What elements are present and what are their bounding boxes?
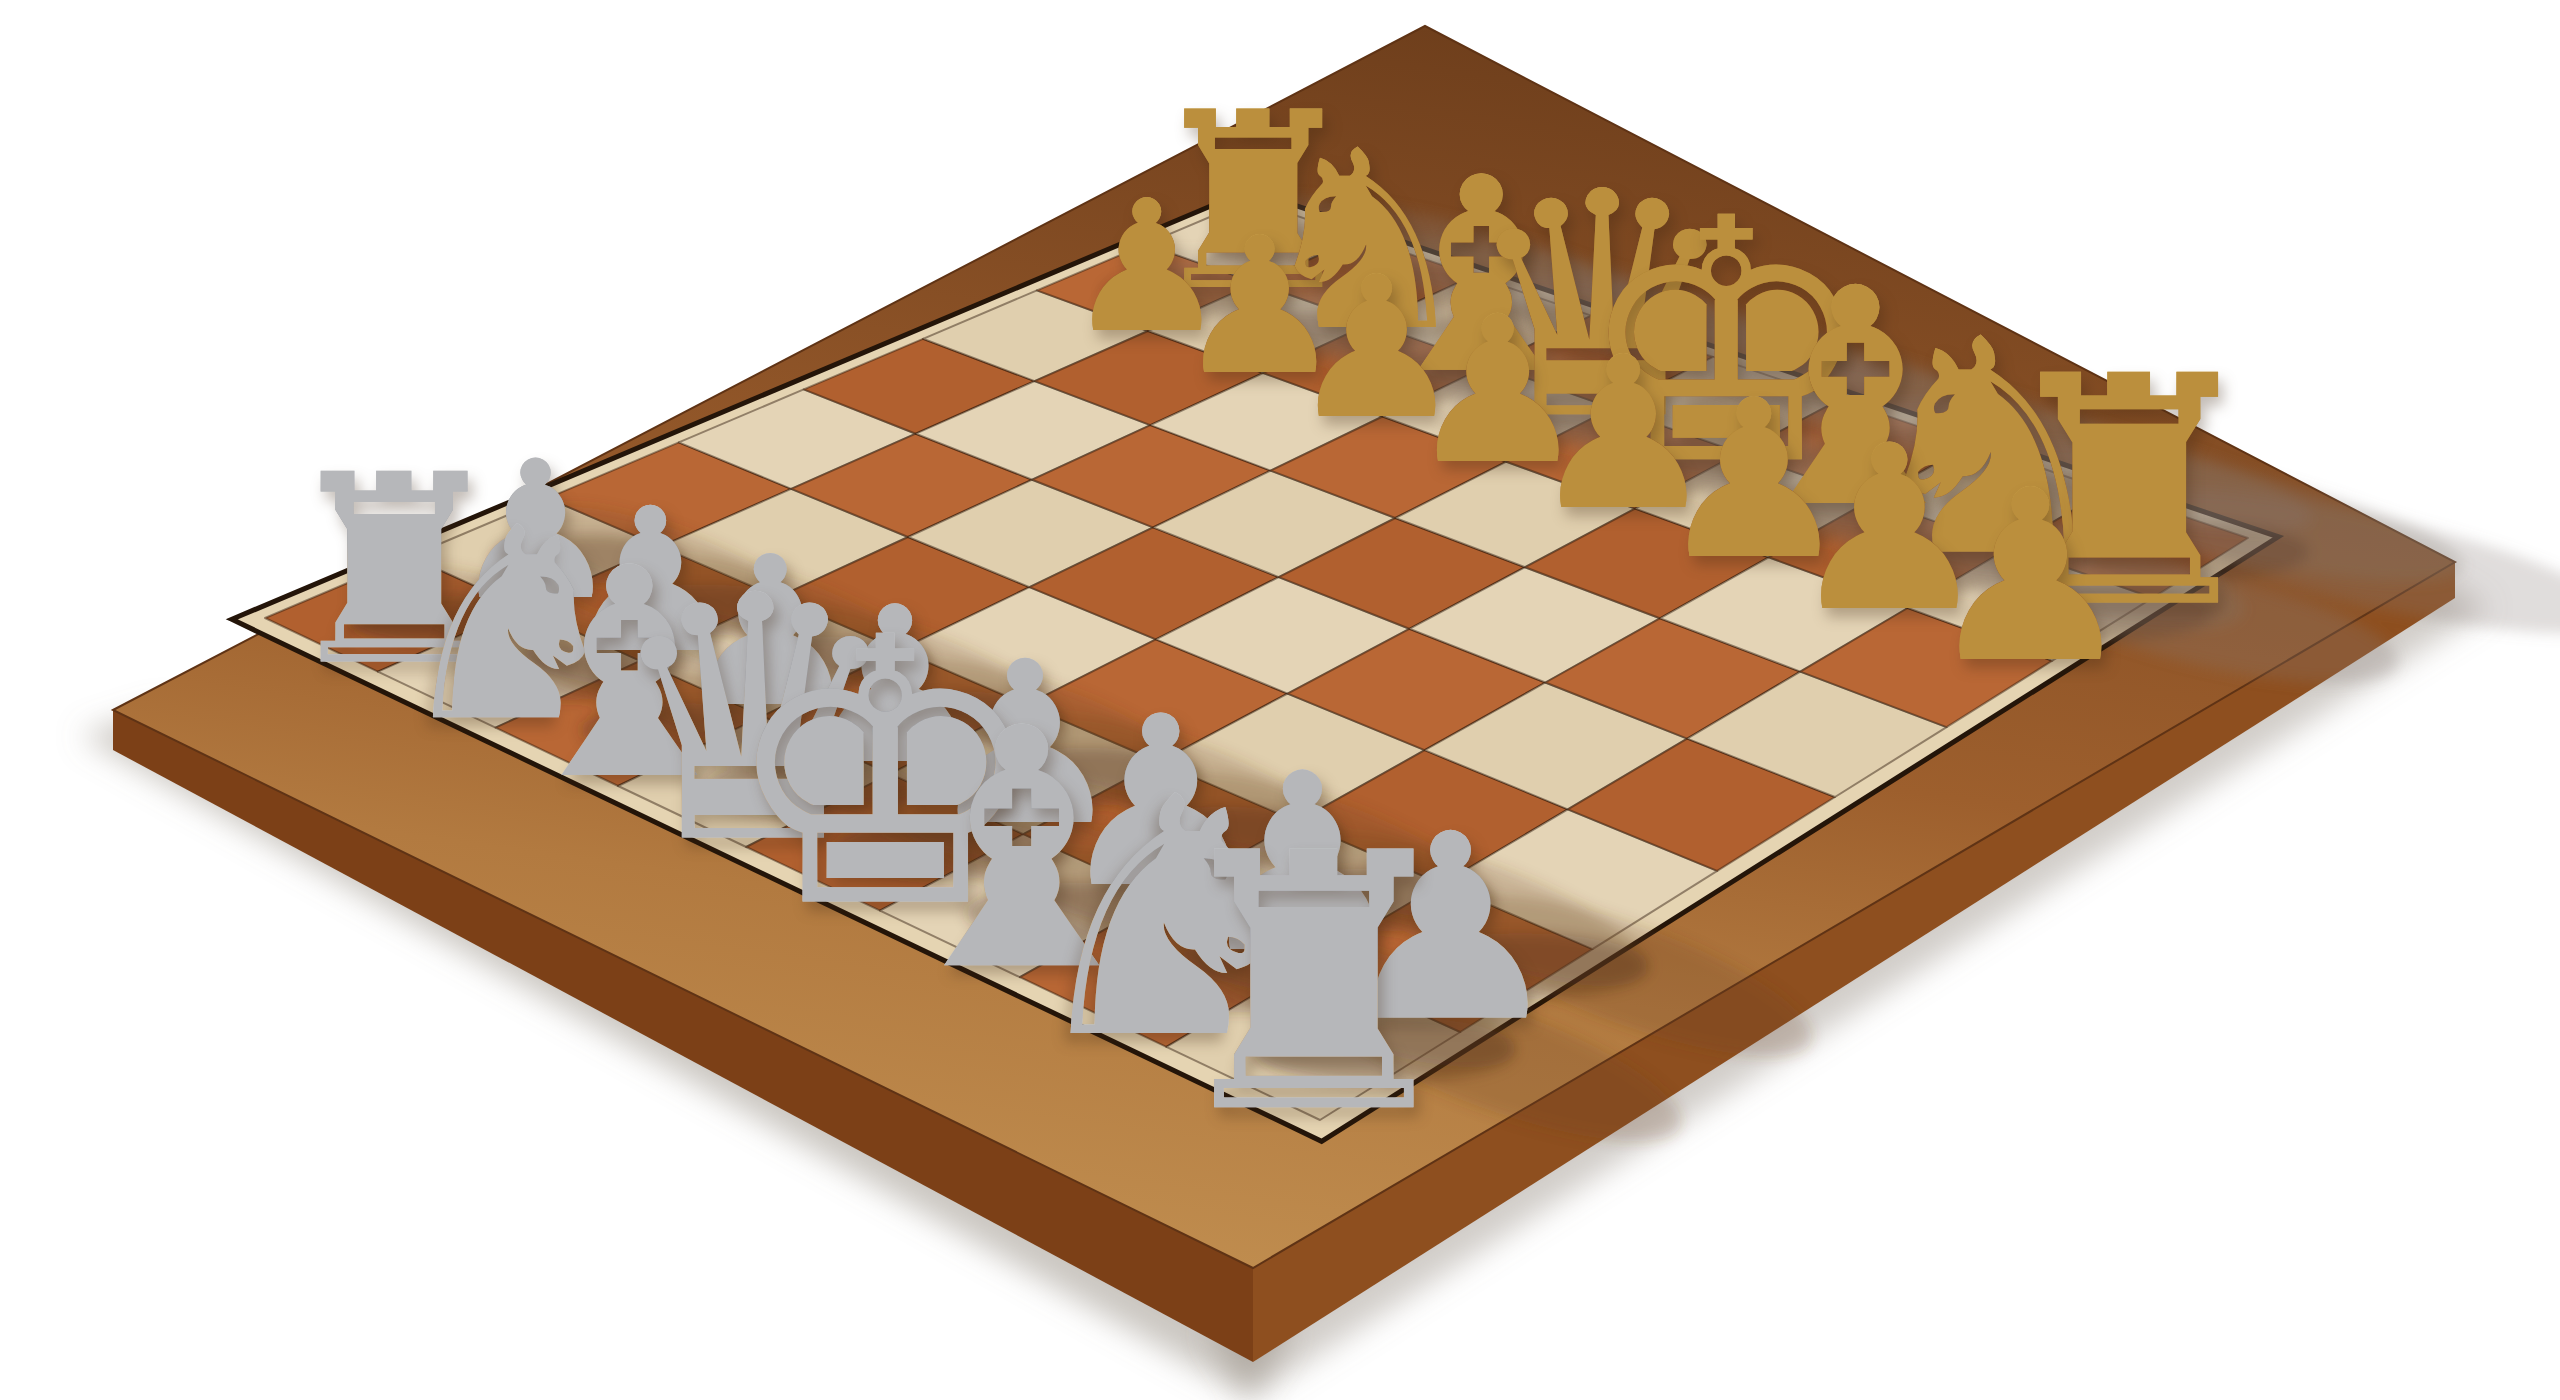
chess-set-photo: ♜♞♟♝♟♛♟♚♟♝♟♞♟♜♟♟♟♟♜♟♞♟♝♟♛♟♚♟♝♟♞♜ <box>0 0 2560 1400</box>
piece-white-rook-h1[interactable]: ♜ <box>1155 807 1472 1161</box>
piece-black-pawn-h7[interactable]: ♟ <box>1924 459 2136 696</box>
